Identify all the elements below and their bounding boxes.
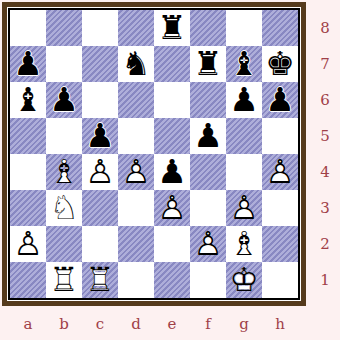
square-g6[interactable]: ♟	[226, 82, 262, 118]
square-f5[interactable]: ♟	[190, 118, 226, 154]
piece-black-pawn: ♟	[10, 46, 46, 82]
square-c3[interactable]	[82, 190, 118, 226]
file-label-c: c	[82, 313, 118, 335]
square-b5[interactable]	[46, 118, 82, 154]
piece-black-pawn: ♟	[46, 82, 82, 118]
square-a7[interactable]: ♟	[10, 46, 46, 82]
square-c4[interactable]: ♟♙	[82, 154, 118, 190]
square-f6[interactable]	[190, 82, 226, 118]
chess-board-frame: ♜♟♞♜♝♚♝♟♟♟♟♟♝♗♟♙♟♙♟♟♙♞♘♟♙♟♙♟♙♟♙♝♗♜♖♜♖♚♔	[2, 2, 306, 306]
square-g7[interactable]: ♝	[226, 46, 262, 82]
rank-label-7: 7	[312, 46, 338, 82]
square-d4[interactable]: ♟♙	[118, 154, 154, 190]
piece-black-pawn: ♟	[226, 82, 262, 118]
piece-black-pawn: ♟	[262, 82, 298, 118]
square-c1[interactable]: ♜♖	[82, 262, 118, 298]
chess-diagram-page: { "game": "chess", "position": { "fen": …	[0, 0, 340, 340]
square-c5[interactable]: ♟	[82, 118, 118, 154]
square-a6[interactable]: ♝	[10, 82, 46, 118]
chess-board: ♜♟♞♜♝♚♝♟♟♟♟♟♝♗♟♙♟♙♟♟♙♞♘♟♙♟♙♟♙♟♙♝♗♜♖♜♖♚♔	[10, 10, 298, 298]
square-g5[interactable]	[226, 118, 262, 154]
square-d5[interactable]	[118, 118, 154, 154]
square-a1[interactable]	[10, 262, 46, 298]
square-h3[interactable]	[262, 190, 298, 226]
square-b3[interactable]: ♞♘	[46, 190, 82, 226]
file-label-d: d	[118, 313, 154, 335]
square-d2[interactable]	[118, 226, 154, 262]
piece-white-pawn: ♟♙	[190, 226, 226, 262]
square-b8[interactable]	[46, 10, 82, 46]
piece-white-knight: ♞♘	[46, 190, 82, 226]
square-e8[interactable]: ♜	[154, 10, 190, 46]
piece-white-rook: ♜♖	[82, 262, 118, 298]
file-label-f: f	[190, 313, 226, 335]
square-c7[interactable]	[82, 46, 118, 82]
square-b6[interactable]: ♟	[46, 82, 82, 118]
square-b4[interactable]: ♝♗	[46, 154, 82, 190]
square-g2[interactable]: ♝♗	[226, 226, 262, 262]
square-f3[interactable]	[190, 190, 226, 226]
square-e2[interactable]	[154, 226, 190, 262]
square-g8[interactable]	[226, 10, 262, 46]
piece-white-pawn: ♟♙	[10, 226, 46, 262]
piece-black-bishop: ♝	[10, 82, 46, 118]
piece-white-pawn: ♟♙	[82, 154, 118, 190]
square-d1[interactable]	[118, 262, 154, 298]
square-f2[interactable]: ♟♙	[190, 226, 226, 262]
square-d3[interactable]	[118, 190, 154, 226]
file-label-b: b	[46, 313, 82, 335]
rank-labels: 8 7 6 5 4 3 2 1	[312, 10, 338, 298]
rank-label-8: 8	[312, 10, 338, 46]
piece-black-knight: ♞	[118, 46, 154, 82]
square-f8[interactable]	[190, 10, 226, 46]
chess-board-border: ♜♟♞♜♝♚♝♟♟♟♟♟♝♗♟♙♟♙♟♟♙♞♘♟♙♟♙♟♙♟♙♝♗♜♖♜♖♚♔	[8, 8, 300, 300]
piece-white-rook: ♜♖	[46, 262, 82, 298]
file-label-a: a	[10, 313, 46, 335]
square-e3[interactable]: ♟♙	[154, 190, 190, 226]
piece-white-pawn: ♟♙	[226, 190, 262, 226]
piece-black-pawn: ♟	[190, 118, 226, 154]
square-b1[interactable]: ♜♖	[46, 262, 82, 298]
file-labels: a b c d e f g h	[10, 313, 298, 335]
square-b2[interactable]	[46, 226, 82, 262]
piece-black-pawn: ♟	[82, 118, 118, 154]
piece-white-bishop: ♝♗	[46, 154, 82, 190]
square-c8[interactable]	[82, 10, 118, 46]
square-h5[interactable]	[262, 118, 298, 154]
square-h2[interactable]	[262, 226, 298, 262]
square-a5[interactable]	[10, 118, 46, 154]
square-h7[interactable]: ♚	[262, 46, 298, 82]
square-d7[interactable]: ♞	[118, 46, 154, 82]
square-g3[interactable]: ♟♙	[226, 190, 262, 226]
rank-label-3: 3	[312, 190, 338, 226]
piece-black-bishop: ♝	[226, 46, 262, 82]
piece-white-pawn: ♟♙	[154, 190, 190, 226]
piece-black-rook: ♜	[154, 10, 190, 46]
piece-black-pawn: ♟	[154, 154, 190, 190]
rank-label-6: 6	[312, 82, 338, 118]
square-f4[interactable]	[190, 154, 226, 190]
piece-white-pawn: ♟♙	[262, 154, 298, 190]
piece-white-bishop: ♝♗	[226, 226, 262, 262]
square-b7[interactable]	[46, 46, 82, 82]
piece-white-pawn: ♟♙	[118, 154, 154, 190]
square-h4[interactable]: ♟♙	[262, 154, 298, 190]
square-d6[interactable]	[118, 82, 154, 118]
square-g4[interactable]	[226, 154, 262, 190]
piece-black-rook: ♜	[190, 46, 226, 82]
square-c6[interactable]	[82, 82, 118, 118]
square-e5[interactable]	[154, 118, 190, 154]
square-c2[interactable]	[82, 226, 118, 262]
square-h1[interactable]	[262, 262, 298, 298]
rank-label-5: 5	[312, 118, 338, 154]
piece-black-king: ♚	[262, 46, 298, 82]
piece-white-king: ♚♔	[226, 262, 262, 298]
square-a8[interactable]	[10, 10, 46, 46]
square-h8[interactable]	[262, 10, 298, 46]
square-e1[interactable]	[154, 262, 190, 298]
square-f1[interactable]	[190, 262, 226, 298]
square-a2[interactable]: ♟♙	[10, 226, 46, 262]
file-label-h: h	[262, 313, 298, 335]
square-f7[interactable]: ♜	[190, 46, 226, 82]
square-d8[interactable]	[118, 10, 154, 46]
square-g1[interactable]: ♚♔	[226, 262, 262, 298]
square-e4[interactable]: ♟	[154, 154, 190, 190]
square-a3[interactable]	[10, 190, 46, 226]
square-e6[interactable]	[154, 82, 190, 118]
square-e7[interactable]	[154, 46, 190, 82]
rank-label-4: 4	[312, 154, 338, 190]
rank-label-2: 2	[312, 226, 338, 262]
square-a4[interactable]	[10, 154, 46, 190]
file-label-e: e	[154, 313, 190, 335]
file-label-g: g	[226, 313, 262, 335]
rank-label-1: 1	[312, 262, 338, 298]
square-h6[interactable]: ♟	[262, 82, 298, 118]
